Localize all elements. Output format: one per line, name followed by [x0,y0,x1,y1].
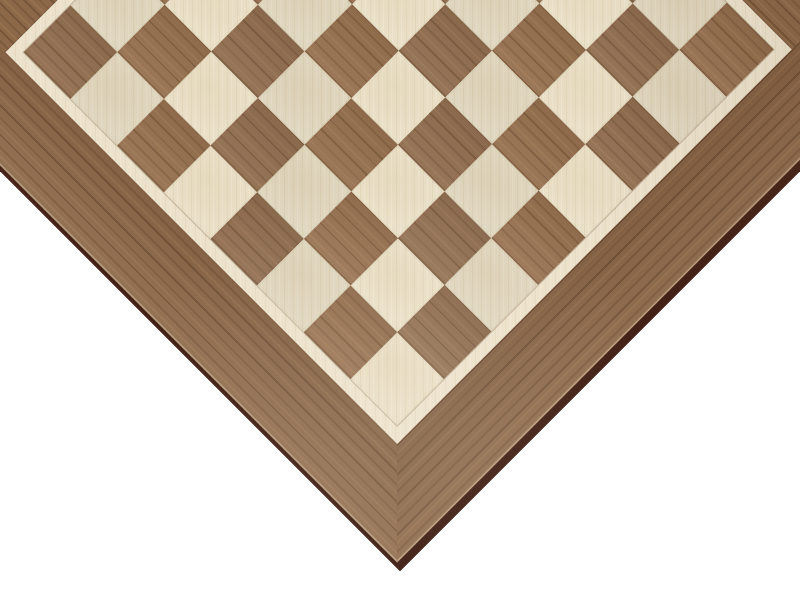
chess-board [0,0,800,571]
photo-background [0,0,800,600]
